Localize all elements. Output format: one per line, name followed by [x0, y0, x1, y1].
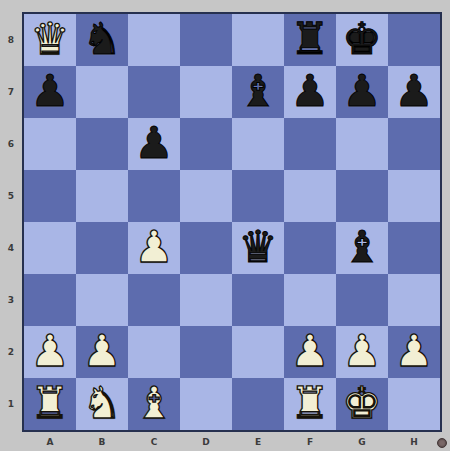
piece-white-pawn[interactable]: ♟ — [76, 326, 128, 378]
piece-white-pawn[interactable]: ♟ — [388, 326, 440, 378]
square-a5[interactable] — [24, 170, 76, 222]
square-a1[interactable]: ♜ — [24, 378, 76, 430]
rank-label-8: 8 — [0, 14, 22, 66]
piece-white-pawn[interactable]: ♟ — [128, 222, 180, 274]
board-corner-dot-icon[interactable] — [437, 438, 447, 448]
square-d5[interactable] — [180, 170, 232, 222]
square-h8[interactable] — [388, 14, 440, 66]
square-b2[interactable]: ♟ — [76, 326, 128, 378]
square-a6[interactable] — [24, 118, 76, 170]
square-g7[interactable]: ♟ — [336, 66, 388, 118]
square-f1[interactable]: ♜ — [284, 378, 336, 430]
file-label-f: F — [284, 434, 336, 450]
square-d3[interactable] — [180, 274, 232, 326]
square-g3[interactable] — [336, 274, 388, 326]
square-g2[interactable]: ♟ — [336, 326, 388, 378]
square-g1[interactable]: ♚ — [336, 378, 388, 430]
square-e5[interactable] — [232, 170, 284, 222]
square-c3[interactable] — [128, 274, 180, 326]
piece-white-bishop[interactable]: ♝ — [128, 378, 180, 430]
square-d1[interactable] — [180, 378, 232, 430]
square-c2[interactable] — [128, 326, 180, 378]
piece-black-pawn[interactable]: ♟ — [336, 66, 388, 118]
square-b7[interactable] — [76, 66, 128, 118]
file-label-a: A — [24, 434, 76, 450]
square-d7[interactable] — [180, 66, 232, 118]
file-label-d: D — [180, 434, 232, 450]
square-h2[interactable]: ♟ — [388, 326, 440, 378]
piece-white-rook[interactable]: ♜ — [24, 378, 76, 430]
square-d8[interactable] — [180, 14, 232, 66]
square-g5[interactable] — [336, 170, 388, 222]
square-g4[interactable]: ♝ — [336, 222, 388, 274]
square-f7[interactable]: ♟ — [284, 66, 336, 118]
square-h7[interactable]: ♟ — [388, 66, 440, 118]
square-c8[interactable] — [128, 14, 180, 66]
square-e6[interactable] — [232, 118, 284, 170]
piece-white-pawn[interactable]: ♟ — [24, 326, 76, 378]
piece-white-knight[interactable]: ♞ — [76, 378, 128, 430]
piece-white-rook[interactable]: ♜ — [284, 378, 336, 430]
rank-label-5: 5 — [0, 170, 22, 222]
square-a4[interactable] — [24, 222, 76, 274]
square-f4[interactable] — [284, 222, 336, 274]
square-c1[interactable]: ♝ — [128, 378, 180, 430]
square-f2[interactable]: ♟ — [284, 326, 336, 378]
square-b4[interactable] — [76, 222, 128, 274]
square-a8[interactable]: ♛ — [24, 14, 76, 66]
square-b5[interactable] — [76, 170, 128, 222]
square-c4[interactable]: ♟ — [128, 222, 180, 274]
square-h6[interactable] — [388, 118, 440, 170]
square-f3[interactable] — [284, 274, 336, 326]
square-d4[interactable] — [180, 222, 232, 274]
piece-black-pawn[interactable]: ♟ — [128, 118, 180, 170]
square-a7[interactable]: ♟ — [24, 66, 76, 118]
file-label-c: C — [128, 434, 180, 450]
square-g8[interactable]: ♚ — [336, 14, 388, 66]
chess-board-window: 87654321 ♛♞♜♚♟♝♟♟♟♟♟♛♝♟♟♟♟♟♜♞♝♜♚ ABCDEFG… — [0, 0, 450, 451]
square-g6[interactable] — [336, 118, 388, 170]
square-e3[interactable] — [232, 274, 284, 326]
rank-label-2: 2 — [0, 326, 22, 378]
square-a2[interactable]: ♟ — [24, 326, 76, 378]
rank-label-6: 6 — [0, 118, 22, 170]
file-label-b: B — [76, 434, 128, 450]
square-h4[interactable] — [388, 222, 440, 274]
square-a3[interactable] — [24, 274, 76, 326]
piece-white-pawn[interactable]: ♟ — [336, 326, 388, 378]
piece-black-queen[interactable]: ♛ — [232, 222, 284, 274]
file-labels: ABCDEFGH — [24, 434, 440, 450]
piece-black-pawn[interactable]: ♟ — [388, 66, 440, 118]
square-b3[interactable] — [76, 274, 128, 326]
piece-white-queen[interactable]: ♛ — [24, 14, 76, 66]
square-c7[interactable] — [128, 66, 180, 118]
square-d6[interactable] — [180, 118, 232, 170]
square-e4[interactable]: ♛ — [232, 222, 284, 274]
piece-black-king[interactable]: ♚ — [336, 14, 388, 66]
square-h3[interactable] — [388, 274, 440, 326]
rank-label-3: 3 — [0, 274, 22, 326]
rank-label-7: 7 — [0, 66, 22, 118]
square-h5[interactable] — [388, 170, 440, 222]
piece-black-bishop[interactable]: ♝ — [232, 66, 284, 118]
piece-black-pawn[interactable]: ♟ — [284, 66, 336, 118]
square-e2[interactable] — [232, 326, 284, 378]
rank-label-1: 1 — [0, 378, 22, 430]
board: ♛♞♜♚♟♝♟♟♟♟♟♛♝♟♟♟♟♟♜♞♝♜♚ — [22, 12, 442, 432]
square-b8[interactable]: ♞ — [76, 14, 128, 66]
square-f6[interactable] — [284, 118, 336, 170]
square-c6[interactable]: ♟ — [128, 118, 180, 170]
square-h1[interactable] — [388, 378, 440, 430]
file-label-e: E — [232, 434, 284, 450]
square-b1[interactable]: ♞ — [76, 378, 128, 430]
rank-label-4: 4 — [0, 222, 22, 274]
square-c5[interactable] — [128, 170, 180, 222]
rank-labels: 87654321 — [0, 14, 22, 430]
square-f8[interactable]: ♜ — [284, 14, 336, 66]
square-b6[interactable] — [76, 118, 128, 170]
piece-white-king[interactable]: ♚ — [336, 378, 388, 430]
piece-white-pawn[interactable]: ♟ — [284, 326, 336, 378]
file-label-h: H — [388, 434, 440, 450]
piece-black-bishop[interactable]: ♝ — [336, 222, 388, 274]
file-label-g: G — [336, 434, 388, 450]
square-e7[interactable]: ♝ — [232, 66, 284, 118]
piece-black-knight[interactable]: ♞ — [76, 14, 128, 66]
square-d2[interactable] — [180, 326, 232, 378]
piece-black-pawn[interactable]: ♟ — [24, 66, 76, 118]
square-f5[interactable] — [284, 170, 336, 222]
square-e8[interactable] — [232, 14, 284, 66]
piece-black-rook[interactable]: ♜ — [284, 14, 336, 66]
square-e1[interactable] — [232, 378, 284, 430]
